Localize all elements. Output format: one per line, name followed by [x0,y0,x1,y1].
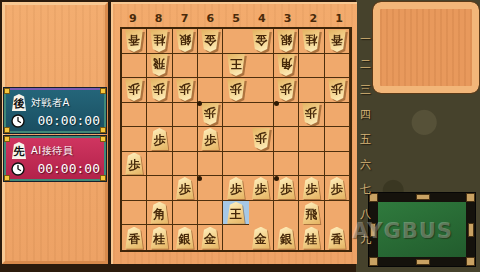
file-labels: 987654321 [120,12,352,26]
square-7-9[interactable]: 銀 [173,225,198,250]
square-6-1[interactable]: 金 [198,29,223,54]
piece-kanji: 金 [251,30,271,52]
square-7-6[interactable] [173,152,198,177]
tray-ornament [469,224,473,236]
hoshi-dot [197,176,202,181]
square-8-4[interactable] [147,103,172,128]
sente-piece-6-9[interactable]: 金 [200,227,220,249]
tray-ornament [467,258,474,265]
gote-piece-7-1[interactable]: 銀 [175,30,195,52]
corner-screw [5,137,9,141]
square-2-8[interactable]: 飛 [299,201,324,226]
square-1-2[interactable] [325,54,350,79]
piece-kanji: 角 [149,202,169,224]
piece-kanji: 銀 [175,227,195,249]
gote-piece-3-3[interactable]: 歩 [276,79,296,101]
square-6-4[interactable]: 歩 [198,103,223,128]
sente-timer: 00:00:00 [37,161,100,176]
square-6-6[interactable] [198,152,223,177]
piece-kanji: 歩 [276,177,296,199]
square-2-4[interactable]: 歩 [299,103,324,128]
sente-player-name: AI接待員 [31,144,73,158]
piece-kanji: 銀 [276,227,296,249]
file-label-5: 5 [223,12,249,26]
sente-piece-6-5[interactable]: 歩 [200,128,220,150]
file-label-1: 1 [326,12,352,26]
square-8-6[interactable] [147,152,172,177]
gote-piece-7-3[interactable]: 歩 [175,79,195,101]
square-4-5[interactable]: 歩 [249,127,274,152]
rank-label-5: 五 [357,127,374,152]
piece-kanji: 香 [124,30,144,52]
tray-ornament [370,258,377,265]
piece-kanji: 歩 [327,79,347,101]
square-3-4[interactable] [274,103,299,128]
hoshi-dot [197,101,202,106]
piece-kanji: 飛 [301,202,321,224]
square-7-5[interactable] [173,127,198,152]
square-6-9[interactable]: 金 [198,225,223,250]
square-9-4[interactable] [122,103,147,128]
rank-label-4: 四 [357,102,374,127]
square-4-7[interactable]: 歩 [249,176,274,201]
piece-kanji: 歩 [124,153,144,175]
square-5-4[interactable] [223,103,248,128]
square-2-9[interactable]: 桂 [299,225,324,250]
clock-icon [11,114,25,128]
piece-kanji: 歩 [200,103,220,125]
square-1-3[interactable]: 歩 [325,78,350,103]
square-3-2[interactable]: 角 [274,54,299,79]
sente-piece-1-9[interactable]: 香 [327,227,347,249]
gote-side-badge: 後 [11,94,27,111]
gote-piece-8-3[interactable]: 歩 [149,79,169,101]
piece-kanji: 金 [200,30,220,52]
piece-kanji: 金 [200,227,220,249]
square-7-8[interactable] [173,201,198,226]
square-8-1[interactable]: 桂 [147,29,172,54]
file-label-2: 2 [300,12,326,26]
square-7-4[interactable] [173,103,198,128]
sente-side-badge: 先 [11,142,27,159]
piece-kanji: 桂 [149,30,169,52]
piece-kanji: 香 [124,227,144,249]
piece-kanji: 飛 [149,54,169,76]
square-1-4[interactable] [325,103,350,128]
piece-kanji: 歩 [251,128,271,150]
player-panel-gote: 後 対戦者A 00:00:00 [4,88,106,133]
gote-piece-2-1[interactable]: 桂 [301,30,321,52]
piece-kanji: 王 [226,54,246,76]
square-5-6[interactable] [223,152,248,177]
player-panel-sente: 先 AI接待員 00:00:00 [4,136,106,181]
tray-ornament [467,194,474,201]
square-3-3[interactable]: 歩 [274,78,299,103]
square-7-3[interactable]: 歩 [173,78,198,103]
square-9-3[interactable]: 歩 [122,78,147,103]
square-9-1[interactable]: 香 [122,29,147,54]
square-1-7[interactable]: 歩 [325,176,350,201]
square-2-6[interactable] [299,152,324,177]
square-8-8[interactable]: 角 [147,201,172,226]
square-5-2[interactable]: 王 [223,54,248,79]
piece-kanji: 歩 [149,128,169,150]
piece-kanji: 歩 [251,177,271,199]
square-3-9[interactable]: 銀 [274,225,299,250]
square-6-2[interactable] [198,54,223,79]
piece-kanji: 金 [251,227,271,249]
tray-ornament [417,195,429,199]
gote-piece-6-1[interactable]: 金 [200,30,220,52]
gote-piece-1-1[interactable]: 香 [327,30,347,52]
piece-kanji: 歩 [226,79,246,101]
square-2-3[interactable] [299,78,324,103]
square-7-7[interactable]: 歩 [173,176,198,201]
clock-icon [11,162,25,176]
sente-piece-8-5[interactable]: 歩 [149,128,169,150]
gote-piece-2-4[interactable]: 歩 [301,103,321,125]
file-label-8: 8 [146,12,172,26]
square-8-5[interactable]: 歩 [147,127,172,152]
gote-piece-8-2[interactable]: 飛 [149,54,169,76]
corner-screw [101,128,105,132]
corner-screw [101,176,105,180]
square-1-6[interactable] [325,152,350,177]
file-label-7: 7 [172,12,198,26]
piece-kanji: 桂 [301,227,321,249]
piece-kanji: 歩 [175,79,195,101]
piece-kanji: 歩 [149,79,169,101]
square-6-8[interactable] [198,201,223,226]
square-8-2[interactable]: 飛 [147,54,172,79]
hoshi-dot [274,176,279,181]
square-5-3[interactable]: 歩 [223,78,248,103]
corner-screw [5,89,9,93]
rank-label-2: 二 [357,52,374,77]
gote-piece-9-1[interactable]: 香 [124,30,144,52]
square-4-3[interactable] [249,78,274,103]
square-8-9[interactable]: 桂 [147,225,172,250]
piece-kanji: 歩 [226,177,246,199]
piece-kanji: 歩 [301,177,321,199]
square-5-7[interactable]: 歩 [223,176,248,201]
gote-piece-3-1[interactable]: 銀 [276,30,296,52]
square-5-5[interactable] [223,127,248,152]
tray-ornament [417,260,429,264]
gote-piece-5-3[interactable]: 歩 [226,79,246,101]
square-2-2[interactable] [299,54,324,79]
gote-player-name: 対戦者A [31,96,70,110]
gote-piece-9-3[interactable]: 歩 [124,79,144,101]
left-wood-panel [2,2,108,264]
piece-kanji: 桂 [301,30,321,52]
sente-piece-2-8[interactable]: 飛 [301,202,321,224]
square-5-9[interactable] [223,225,248,250]
gote-piece-6-4[interactable]: 歩 [200,103,220,125]
piece-kanji: 歩 [175,177,195,199]
corner-screw [101,137,105,141]
corner-screw [5,176,9,180]
square-5-1[interactable] [223,29,248,54]
piece-kanji: 歩 [124,79,144,101]
piece-kanji: 歩 [301,103,321,125]
piece-kanji: 歩 [327,177,347,199]
square-4-8[interactable] [249,201,274,226]
square-6-5[interactable]: 歩 [198,127,223,152]
sente-piece-4-7[interactable]: 歩 [251,177,271,199]
square-3-8[interactable] [274,201,299,226]
sente-piece-7-9[interactable]: 銀 [175,227,195,249]
square-7-2[interactable] [173,54,198,79]
rank-label-1: 一 [357,27,374,52]
square-9-8[interactable] [122,201,147,226]
piece-kanji: 銀 [276,30,296,52]
rank-label-3: 三 [357,77,374,102]
rank-label-6: 六 [357,152,374,177]
square-1-8[interactable] [325,201,350,226]
square-4-6[interactable] [249,152,274,177]
corner-screw [101,89,105,93]
square-7-1[interactable]: 銀 [173,29,198,54]
file-label-6: 6 [197,12,223,26]
sente-piece-2-9[interactable]: 桂 [301,227,321,249]
hoshi-dot [274,101,279,106]
square-1-5[interactable] [325,127,350,152]
square-3-5[interactable] [274,127,299,152]
square-9-2[interactable] [122,54,147,79]
gote-piece-4-1[interactable]: 金 [251,30,271,52]
gote-timer: 00:00:00 [37,113,100,128]
square-4-4[interactable] [249,103,274,128]
square-8-3[interactable]: 歩 [147,78,172,103]
sente-piece-7-7[interactable]: 歩 [175,177,195,199]
gote-piece-4-5[interactable]: 歩 [251,128,271,150]
square-6-3[interactable] [198,78,223,103]
square-9-9[interactable]: 香 [122,225,147,250]
square-9-6[interactable]: 歩 [122,152,147,177]
piece-kanji: 王 [226,202,246,224]
sente-piece-3-7[interactable]: 歩 [276,177,296,199]
piece-kanji: 角 [276,54,296,76]
sente-piece-2-7[interactable]: 歩 [301,177,321,199]
square-9-7[interactable] [122,176,147,201]
sente-piece-8-8[interactable]: 角 [149,202,169,224]
gote-captured-tray[interactable] [373,2,479,93]
square-3-1[interactable]: 銀 [274,29,299,54]
square-9-5[interactable] [122,127,147,152]
piece-kanji: 香 [327,30,347,52]
piece-kanji: 歩 [276,79,296,101]
square-1-9[interactable]: 香 [325,225,350,250]
square-2-1[interactable]: 桂 [299,29,324,54]
square-4-1[interactable]: 金 [249,29,274,54]
square-2-5[interactable] [299,127,324,152]
gote-piece-3-2[interactable]: 角 [276,54,296,76]
square-3-6[interactable] [274,152,299,177]
square-8-7[interactable] [147,176,172,201]
piece-kanji: 銀 [175,30,195,52]
sente-piece-3-9[interactable]: 銀 [276,227,296,249]
square-4-2[interactable] [249,54,274,79]
sente-piece-9-9[interactable]: 香 [124,227,144,249]
piece-kanji: 香 [327,227,347,249]
sente-piece-8-9[interactable]: 桂 [149,227,169,249]
corner-screw [5,128,9,132]
square-4-9[interactable]: 金 [249,225,274,250]
piece-kanji: 桂 [149,227,169,249]
square-2-7[interactable]: 歩 [299,176,324,201]
square-5-8[interactable]: 王 [223,201,248,226]
piece-kanji: 歩 [200,128,220,150]
file-label-9: 9 [120,12,146,26]
gote-piece-5-2[interactable]: 王 [226,54,246,76]
sente-piece-4-9[interactable]: 金 [251,227,271,249]
gote-piece-8-1[interactable]: 桂 [149,30,169,52]
sente-piece-5-7[interactable]: 歩 [226,177,246,199]
sente-piece-1-7[interactable]: 歩 [327,177,347,199]
sente-piece-5-8[interactable]: 王 [226,202,246,224]
gote-piece-1-3[interactable]: 歩 [327,79,347,101]
sente-piece-9-6[interactable]: 歩 [124,153,144,175]
watermark: AYGBUS [352,219,453,243]
rank-label-7: 七 [357,177,374,202]
file-label-4: 4 [249,12,275,26]
square-6-7[interactable] [198,176,223,201]
file-label-3: 3 [275,12,301,26]
square-1-1[interactable]: 香 [325,29,350,54]
shogi-board[interactable]: 香桂銀金金銀桂香飛王角歩歩歩歩歩歩歩歩歩歩歩歩歩歩歩歩歩歩角王飛香桂銀金金銀桂香 [120,27,352,252]
